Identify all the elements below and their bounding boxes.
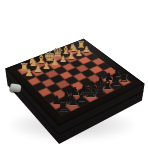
piece-white-pawn-f2[interactable]: ♟: [42, 61, 50, 70]
piece-black-rook-h8[interactable]: ♜: [57, 99, 70, 114]
piece-white-pawn-e2[interactable]: ♟: [51, 58, 59, 67]
piece-white-pawn-c2[interactable]: ♟: [67, 52, 75, 60]
piece-white-pawn-h2[interactable]: ♟: [25, 68, 34, 78]
piece-white-pawn-a2[interactable]: ♟: [83, 46, 90, 54]
piece-white-pawn-b2[interactable]: ♟: [75, 49, 82, 57]
piece-white-pawn-g2[interactable]: ♟: [34, 65, 42, 74]
piece-white-pawn-d2[interactable]: ♟: [59, 55, 67, 64]
chess-set-product-photo: ♜♞♝♛♚♝♞♜♟♟♟♟♟♟♟♟♟♟♟♟♟♟♟♟♜♞♝♛♚♝♞♜: [0, 0, 148, 148]
